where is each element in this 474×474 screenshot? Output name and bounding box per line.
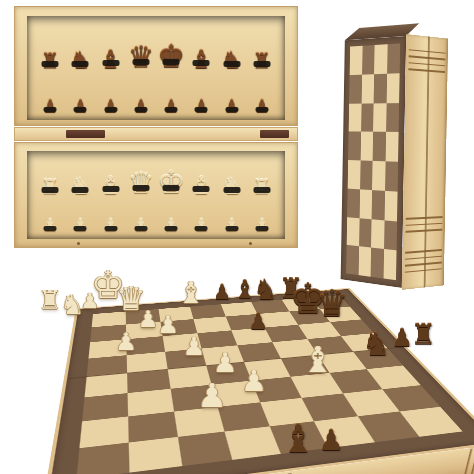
dark-pawn: ♟ [318, 427, 343, 455]
light-knight: ♞ [60, 291, 84, 318]
chess-set-product-photo: ♜♞♝♛♚♝♞♜ ♟♟♟♟♟♟♟♟ ♜♞♝♛♚♝♞♜ ♟♟♟♟♟♟♟♟ [0, 0, 474, 474]
light-pawn: ♟ [241, 367, 267, 396]
light-pawn: ♟ [183, 334, 205, 359]
light-pawn: ♟ [115, 330, 137, 354]
light-pawn: ♟ [197, 379, 227, 412]
dark-pawn: ♟ [391, 326, 413, 350]
light-pawn: ♟ [138, 308, 159, 331]
dark-knight: ♞ [253, 276, 277, 303]
dark-pawn: ♟ [248, 311, 268, 333]
dark-bishop: ♝ [281, 420, 315, 458]
light-bishop: ♝ [178, 278, 205, 308]
pieces-layer: ♜♞♟♚♛♝♟♟♟♟♟♟♟♝♜♚♛♞♝♟♟♞♟♜♝♟ [0, 0, 474, 474]
dark-knight: ♞ [362, 328, 391, 360]
light-rook: ♜ [38, 287, 61, 313]
dark-pawn: ♟ [213, 282, 231, 302]
dark-queen: ♛ [316, 286, 348, 322]
light-bishop: ♝ [302, 342, 334, 378]
light-pawn: ♟ [213, 349, 237, 376]
light-pawn: ♟ [157, 313, 179, 337]
dark-rook: ♜ [410, 321, 435, 349]
